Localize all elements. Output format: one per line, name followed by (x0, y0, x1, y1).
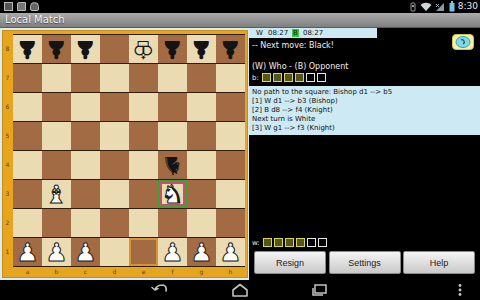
file-labels: abcdefgh (13, 268, 245, 275)
square-f6[interactable] (158, 92, 187, 121)
square-d2[interactable] (100, 208, 129, 237)
square-g7[interactable] (187, 63, 216, 92)
move-log-line: [2] B d8 --> f4 (Knight) (252, 106, 480, 115)
status-bar: 8:30 (0, 0, 480, 13)
file-label-f: f (158, 268, 187, 275)
square-h7[interactable] (216, 63, 245, 92)
file-label-e: e (129, 268, 158, 275)
piece-black-pawn: ♟ (74, 35, 96, 64)
square-g2[interactable] (187, 208, 216, 237)
recents-button[interactable] (310, 283, 330, 297)
black-capture-tray: b: (252, 73, 326, 82)
rank-label-5: 5 (2, 121, 13, 150)
move-log-line: Next turn is White (252, 115, 480, 124)
tray-cell (262, 73, 271, 82)
title-bar: Local Match (0, 13, 480, 28)
tray-label: b: (252, 74, 259, 82)
square-c1[interactable]: ♟ (71, 237, 100, 266)
tray-cell (263, 238, 272, 247)
piece-white-pawn: ♟ (45, 238, 67, 267)
menu-overflow-button[interactable] (456, 283, 464, 297)
usb-debug-icon (409, 2, 417, 12)
square-a1[interactable]: ♟ (13, 237, 42, 266)
home-button[interactable] (230, 283, 250, 297)
app-screen: 8:30 Local Match 87654321 ♟♟♟♔♟♟♟♞♝♞♟♟♟♟… (0, 0, 480, 300)
file-label-b: b (42, 268, 71, 275)
piece-white-pawn: ♟ (190, 238, 212, 267)
rank-label-7: 7 (2, 63, 13, 92)
android-nav-bar (0, 280, 480, 300)
square-g8[interactable]: ♟ (187, 34, 216, 63)
move-log-line: [1] W d1 --> b3 (Bishop) (252, 97, 480, 106)
square-e1[interactable] (129, 237, 158, 266)
tray-cell (274, 238, 283, 247)
notification-icons (4, 2, 39, 11)
square-e7[interactable] (129, 63, 158, 92)
square-f1[interactable]: ♟ (158, 237, 187, 266)
square-b3[interactable]: ♝ (42, 179, 71, 208)
square-c5[interactable] (71, 121, 100, 150)
tray-cell (273, 73, 282, 82)
piece-black-knight: ♞ (161, 151, 183, 180)
square-a5[interactable] (13, 121, 42, 150)
square-h3[interactable] (216, 179, 245, 208)
file-label-a: a (13, 268, 42, 275)
square-b4[interactable] (42, 150, 71, 179)
tray-cell (296, 238, 305, 247)
square-b6[interactable] (42, 92, 71, 121)
square-e2[interactable] (129, 208, 158, 237)
square-f2[interactable] (158, 208, 187, 237)
white-clock-time: 08:27 (268, 29, 288, 37)
rank-label-2: 2 (2, 208, 13, 237)
rank-label-3: 3 (2, 179, 13, 208)
file-label-d: d (100, 268, 129, 275)
square-e3[interactable] (129, 179, 158, 208)
piece-white-pawn: ♟ (74, 238, 96, 267)
square-g4[interactable] (187, 150, 216, 179)
file-label-g: g (187, 268, 216, 275)
piece-black-pawn: ♟ (16, 35, 38, 64)
square-g1[interactable]: ♟ (187, 237, 216, 266)
piece-black-pawn: ♟ (219, 35, 241, 64)
tray-cell (307, 238, 316, 247)
piece-black-king: ♔ (132, 35, 154, 64)
square-e5[interactable] (129, 121, 158, 150)
square-a4[interactable] (13, 150, 42, 179)
tray-cell (295, 73, 304, 82)
black-clock-label: B (292, 29, 299, 37)
black-clock-time: 08:27 (303, 29, 323, 37)
rank-label-1: 1 (2, 237, 13, 266)
file-label-h: h (216, 268, 245, 275)
move-log: No path to the square: Bishop d1 --> b5[… (249, 86, 480, 135)
help-button[interactable]: Help (403, 251, 475, 274)
battery-icon (449, 1, 455, 12)
notification-icon-2 (17, 2, 26, 11)
square-e4[interactable] (129, 150, 158, 179)
square-a8[interactable]: ♟ (13, 34, 42, 63)
rank-label-8: 8 (2, 34, 13, 63)
chess-board[interactable]: ♟♟♟♔♟♟♟♞♝♞♟♟♟♟♟♟ (13, 34, 245, 267)
square-b7[interactable] (42, 63, 71, 92)
piece-white-pawn: ♟ (16, 238, 38, 267)
square-c2[interactable] (71, 208, 100, 237)
turn-indicator: -- Next move: Black! (252, 41, 334, 50)
tray-cell (285, 238, 294, 247)
hint-icon (455, 36, 471, 48)
square-f4[interactable]: ♞ (158, 150, 187, 179)
square-d6[interactable] (100, 92, 129, 121)
back-button[interactable] (150, 283, 170, 297)
square-b1[interactable]: ♟ (42, 237, 71, 266)
square-h8[interactable]: ♟ (216, 34, 245, 63)
cell-signal-icon (435, 2, 446, 12)
hint-button[interactable] (452, 34, 474, 50)
settings-button[interactable]: Settings (329, 251, 401, 274)
rank-labels: 87654321 (2, 34, 13, 266)
piece-black-pawn: ♟ (45, 35, 67, 64)
square-d8[interactable] (100, 34, 129, 63)
piece-black-pawn: ♟ (190, 35, 212, 64)
square-c8[interactable]: ♟ (71, 34, 100, 63)
tray-cell (318, 238, 327, 247)
piece-white-pawn: ♟ (161, 238, 183, 267)
players-line: (W) Who - (B) Opponent (252, 62, 348, 71)
piece-white-pawn: ♟ (219, 238, 241, 267)
square-f5[interactable] (158, 121, 187, 150)
square-b8[interactable]: ♟ (42, 34, 71, 63)
square-h2[interactable] (216, 208, 245, 237)
square-a3[interactable] (13, 179, 42, 208)
square-f7[interactable] (158, 63, 187, 92)
square-h1[interactable]: ♟ (216, 237, 245, 266)
square-c6[interactable] (71, 92, 100, 121)
square-h5[interactable] (216, 121, 245, 150)
notification-icon-1 (4, 2, 13, 11)
square-c3[interactable] (71, 179, 100, 208)
square-f8[interactable]: ♟ (158, 34, 187, 63)
square-a7[interactable] (13, 63, 42, 92)
move-log-line: No path to the square: Bishop d1 --> b5 (252, 88, 480, 97)
square-g3[interactable] (187, 179, 216, 208)
chess-board-frame: 87654321 ♟♟♟♔♟♟♟♞♝♞♟♟♟♟♟♟ abcdefgh (2, 30, 248, 278)
square-d7[interactable] (100, 63, 129, 92)
square-d3[interactable] (100, 179, 129, 208)
wifi-icon (420, 2, 432, 12)
rank-label-4: 4 (2, 150, 13, 179)
square-h6[interactable] (216, 92, 245, 121)
square-e8[interactable]: ♔ (129, 34, 158, 63)
square-g6[interactable] (187, 92, 216, 121)
tray-cell (306, 73, 315, 82)
side-panel: W 08:27 B 08:27 -- Next move: Black! (W)… (249, 28, 480, 280)
content-area: 87654321 ♟♟♟♔♟♟♟♞♝♞♟♟♟♟♟♟ abcdefgh W 08:… (0, 28, 480, 280)
white-clock-label: W (255, 29, 264, 37)
square-e6[interactable] (129, 92, 158, 121)
square-c4[interactable] (71, 150, 100, 179)
piece-white-knight: ♞ (161, 180, 183, 209)
square-b5[interactable] (42, 121, 71, 150)
square-g5[interactable] (187, 121, 216, 150)
square-a6[interactable] (13, 92, 42, 121)
square-h4[interactable] (216, 150, 245, 179)
status-time: 8:30 (458, 0, 478, 13)
tray-label: w: (252, 239, 260, 247)
tray-cell (284, 73, 293, 82)
piece-black-pawn: ♟ (161, 35, 183, 64)
piece-white-bishop: ♝ (45, 180, 67, 209)
square-f3[interactable]: ♞ (158, 179, 187, 208)
page-title: Local Match (0, 13, 480, 27)
square-d4[interactable] (100, 150, 129, 179)
square-b2[interactable] (42, 208, 71, 237)
move-log-line: [3] W g1 --> f3 (Knight) (252, 124, 480, 133)
rank-label-6: 6 (2, 92, 13, 121)
white-capture-tray: w: (252, 238, 327, 247)
square-d5[interactable] (100, 121, 129, 150)
square-d1[interactable] (100, 237, 129, 266)
tray-cell (317, 73, 326, 82)
square-a2[interactable] (13, 208, 42, 237)
square-c7[interactable] (71, 63, 100, 92)
resign-button[interactable]: Resign (254, 251, 326, 274)
clock-bar: W 08:27 B 08:27 (249, 28, 377, 38)
action-buttons: Resign Settings Help (249, 251, 480, 274)
notification-icon-3 (30, 2, 39, 11)
file-label-c: c (71, 268, 100, 275)
